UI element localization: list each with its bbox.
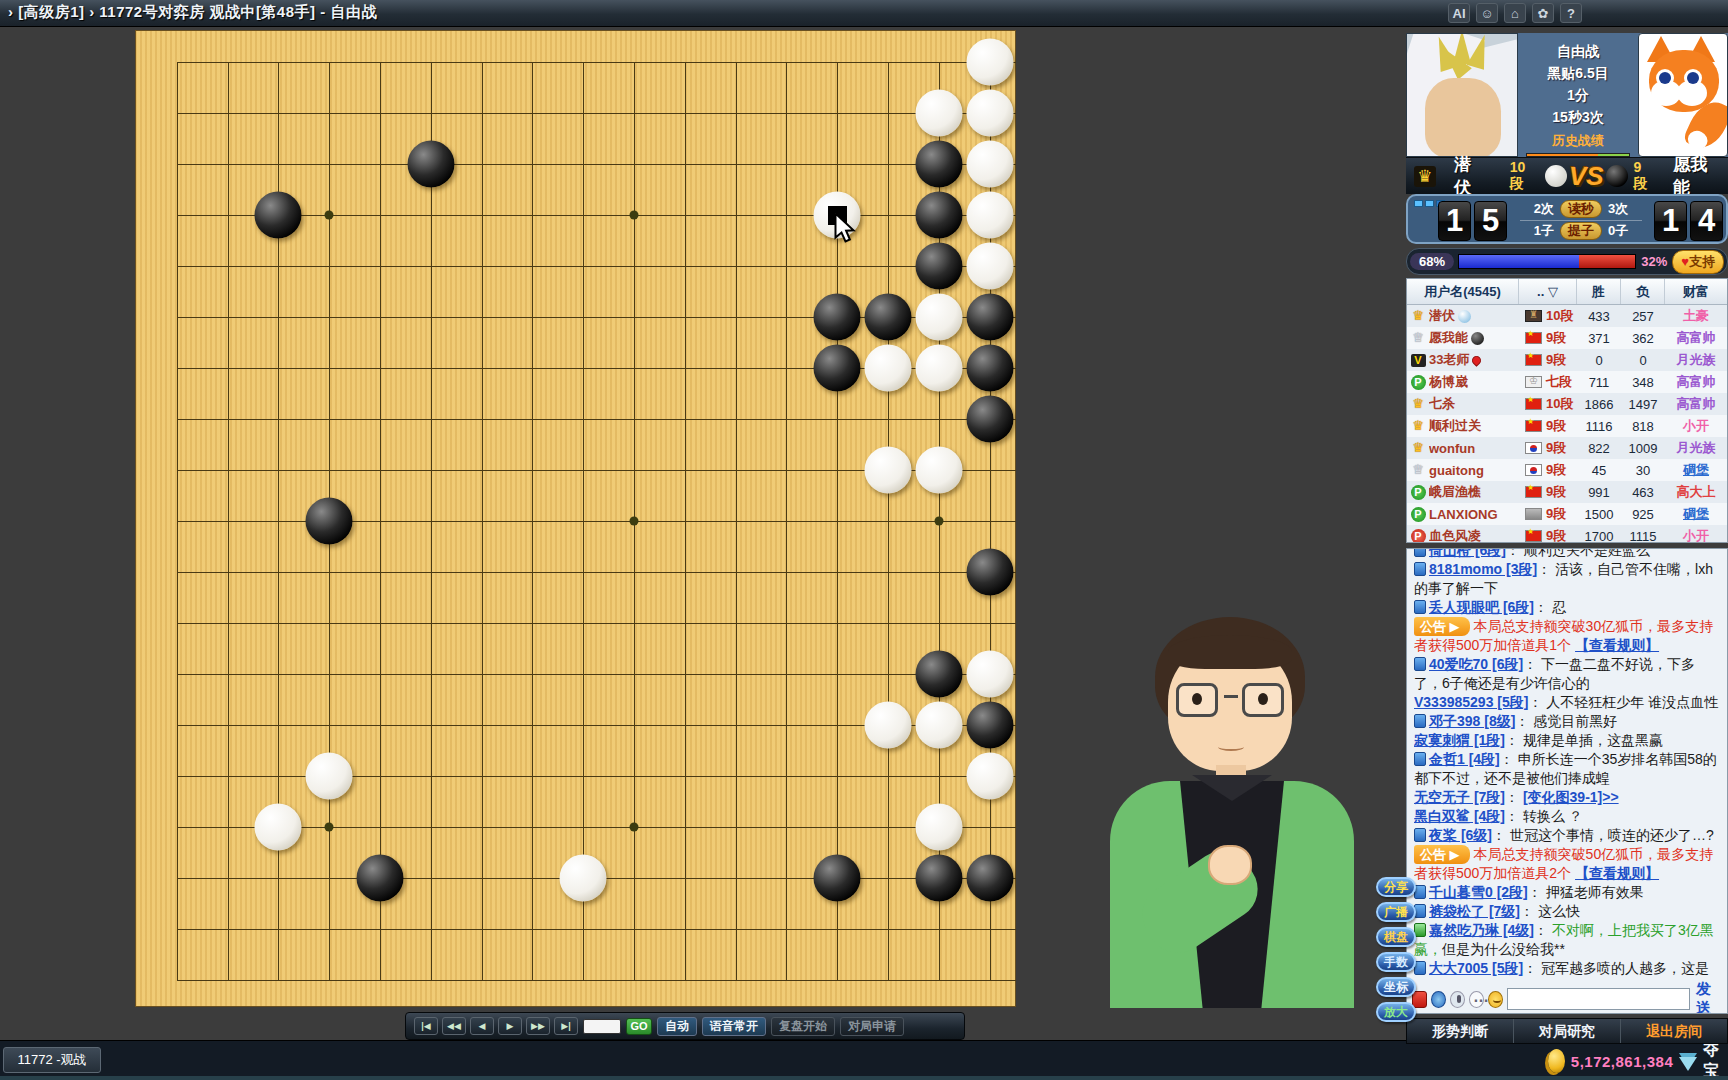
grid-line [177, 776, 1016, 777]
losses-value: 463 [1621, 485, 1665, 500]
chat-user-link[interactable]: 倚山橙 [6段] [1429, 548, 1506, 558]
send-button[interactable]: 发送 [1694, 980, 1724, 1014]
wins-value: 45 [1577, 463, 1621, 478]
grid-line [736, 62, 737, 980]
user-badge-icon: ♛ [1407, 397, 1429, 411]
wealth-value: 月光族 [1665, 439, 1727, 457]
stone-black[interactable] [915, 141, 962, 188]
grid-line [177, 113, 1016, 114]
chat-message: V333985293 [5段]： 人不轻狂枉少年 谁没点血性 [1414, 693, 1722, 712]
chat-message: 无空无子 [7段]： [变化图39-1]>> [1414, 788, 1722, 807]
user-name[interactable]: LANXIONG [1429, 507, 1519, 522]
chat-message: 寂寞刺猬 [1段]： 规律是单插，这盘黑赢 [1414, 731, 1722, 750]
crown-icon: ♛ [1414, 166, 1436, 187]
star-point [629, 517, 638, 526]
wins-value: 711 [1577, 375, 1621, 390]
stone-black[interactable] [966, 549, 1013, 596]
user-badge-icon: P [1407, 507, 1429, 522]
table-row[interactable]: ♛guaitong9段4530碉堡 [1407, 459, 1727, 481]
user-name[interactable]: 峨眉渔樵 [1429, 483, 1519, 501]
stone-black[interactable] [966, 294, 1013, 341]
mic-icon[interactable] [1450, 991, 1465, 1008]
black-stone-icon [1471, 332, 1484, 345]
user-badge-icon: ♛ [1407, 419, 1429, 433]
left-player-avatar[interactable] [1406, 33, 1518, 157]
chat-user-link[interactable]: 裤袋松了 [7级] [1429, 903, 1520, 919]
black-periods: 3次 [1608, 200, 1628, 218]
grid-line [177, 827, 1016, 828]
book-icon [1414, 714, 1426, 728]
flag-icon [1525, 530, 1542, 542]
coordinates-pill[interactable]: 坐标 [1376, 977, 1416, 997]
stone-black[interactable] [306, 498, 353, 545]
main-time: 1分 [1567, 84, 1589, 106]
chat-user-link[interactable]: 丢人现眼吧 [6段] [1429, 599, 1534, 615]
right-player-avatar[interactable] [1638, 33, 1728, 157]
exit-room-button[interactable]: 退出房间 [1621, 1019, 1727, 1043]
chat-message: 公告 ▶本局总支持额突破30亿狐币，最多支持者获得500万加倍道具1个 【查看规… [1414, 617, 1722, 655]
chat-user-link[interactable]: 大大7005 [5段] [1429, 960, 1523, 976]
announcement-badge: 公告 ▶ [1414, 617, 1470, 636]
user-badge-icon: ♛ [1407, 463, 1429, 477]
stone-white[interactable] [915, 345, 962, 392]
go-button[interactable]: GO [626, 1018, 652, 1035]
chat-message: 黑白双鲨 [4段]： 转换么 ？ [1414, 807, 1722, 826]
wealth-value: 高富帅 [1665, 329, 1727, 347]
user-badge-icon: ♛ [1407, 309, 1429, 323]
table-header[interactable]: 用户名(4545).. ▽ 胜负 财富 [1407, 279, 1727, 305]
move-count-pill[interactable]: 手数 [1376, 952, 1416, 972]
stone-black[interactable] [814, 294, 861, 341]
flag-icon [1525, 442, 1542, 454]
user-rank: 七段 [1519, 373, 1577, 391]
losses-value: 1115 [1621, 529, 1665, 544]
table-row[interactable]: V33老师9段00月光族 [1407, 349, 1727, 371]
flag-icon [1525, 354, 1542, 366]
grid-line [177, 215, 1016, 216]
stone-white[interactable] [306, 753, 353, 800]
wins-value: 1866 [1577, 397, 1621, 412]
user-rank: 9段 [1519, 417, 1577, 435]
chat-input[interactable] [1507, 988, 1690, 1010]
led-icon [1425, 200, 1434, 207]
user-name[interactable]: 33老师 [1429, 351, 1519, 369]
clock-panel: 1 5 2次 读秒 3次 1子 提子 0子 1 4 [1406, 194, 1728, 244]
byoyomi-badge: 读秒 [1560, 200, 1602, 218]
user-rank: 9段 [1519, 483, 1577, 501]
flag-icon [1525, 508, 1542, 520]
grid-line [685, 62, 686, 980]
left-player-rank: 10段 [1510, 159, 1539, 193]
playback-nav: |◀◀◀◀▶▶▶▶| [414, 1017, 578, 1035]
location-pin-icon [1471, 354, 1484, 367]
next-move-button[interactable]: ▶ [498, 1017, 522, 1035]
user-name[interactable]: 七杀 [1429, 395, 1519, 413]
grid-line [177, 266, 1016, 267]
captures-badge: 提子 [1560, 222, 1602, 240]
situation-judge-button[interactable]: 形势判断 [1407, 1019, 1514, 1043]
wealth-value: 碉堡 [1665, 461, 1727, 479]
rules-box: 自由战 黑贴6.5目 1分 15秒3次 历史战绩 [1518, 33, 1638, 157]
status-strip: 11772 -观战 5,172,861,384 夺宝 网管 [0, 1040, 1728, 1080]
table-row[interactable]: P杨博崴七段711348高富帅 [1407, 371, 1727, 393]
wealth-value: 高富帅 [1665, 395, 1727, 413]
chat-message: 8181momo [3段]： 活该，自己管不住嘴，lxh的事了解一下 [1414, 560, 1722, 598]
fast-back-button[interactable]: ◀◀ [442, 1017, 466, 1035]
history-orange [1527, 154, 1598, 156]
flag-icon [1525, 310, 1542, 322]
spectator-table: 用户名(4545).. ▽ 胜负 财富 ♛潜伏10段433257土豪♛愿我能9段… [1406, 278, 1728, 543]
stone-black[interactable] [915, 243, 962, 290]
announcement-badge: 公告 ▶ [1414, 845, 1470, 864]
go-board[interactable] [135, 30, 1016, 1007]
black-clock-digit: 4 [1690, 201, 1723, 241]
broadcast-pill[interactable]: 广播 [1376, 902, 1416, 922]
table-row[interactable]: ♛wonfun9段8221009月光族 [1407, 437, 1727, 459]
white-stone-icon [1545, 165, 1567, 187]
history-record-link[interactable]: 历史战绩 [1552, 132, 1604, 150]
prev-move-button[interactable]: ◀ [470, 1017, 494, 1035]
mouse-cursor-icon [833, 213, 859, 247]
commentator-avatar [1080, 615, 1380, 1008]
stone-black[interactable] [966, 855, 1013, 902]
grid-line [177, 572, 1016, 573]
stone-white[interactable] [966, 141, 1013, 188]
losses-value: 925 [1621, 507, 1665, 522]
wallet-area: 5,172,861,384 夺宝 网管 [1548, 1045, 1728, 1077]
white-clock-digit: 1 [1438, 201, 1471, 241]
chat-user-link[interactable]: 千山暮雪0 [2段] [1429, 884, 1528, 900]
white-clock-digit: 5 [1474, 201, 1507, 241]
table-row[interactable]: P血色风凌9段17001115小开 [1407, 525, 1727, 543]
user-badge-icon: P [1407, 529, 1429, 544]
white-periods: 2次 [1534, 200, 1554, 218]
emoji-icon[interactable] [1488, 991, 1503, 1008]
white-captures: 1子 [1534, 222, 1554, 240]
stone-white[interactable] [966, 192, 1013, 239]
move-slider[interactable] [583, 1019, 621, 1034]
black-clock-digit: 1 [1654, 201, 1687, 241]
losses-value: 362 [1621, 331, 1665, 346]
stone-black[interactable] [814, 345, 861, 392]
stone-black[interactable] [966, 345, 1013, 392]
losses-value: 1497 [1621, 397, 1665, 412]
user-name[interactable]: 愿我能 [1429, 329, 1519, 347]
stone-white[interactable] [915, 90, 962, 137]
losses-value: 30 [1621, 463, 1665, 478]
stone-white[interactable] [966, 651, 1013, 698]
stone-black[interactable] [966, 396, 1013, 443]
book-icon [1414, 600, 1426, 614]
wealth-value: 碉堡 [1665, 505, 1727, 523]
stone-white[interactable] [814, 192, 861, 239]
stone-white[interactable] [966, 753, 1013, 800]
stone-white[interactable] [864, 447, 911, 494]
wins-value: 433 [1577, 309, 1621, 324]
book-icon [1414, 562, 1426, 576]
user-name[interactable]: 潜伏 [1429, 307, 1519, 325]
grid-line [177, 929, 1016, 930]
left-player-name[interactable]: 潜伏 [1454, 153, 1488, 199]
game-info-header: 自由战 黑贴6.5目 1分 15秒3次 历史战绩 [1406, 33, 1728, 157]
star-point [325, 823, 334, 832]
stone-black[interactable] [966, 702, 1013, 749]
share-pill[interactable]: 分享 [1376, 877, 1416, 897]
red-flag-icon[interactable] [1412, 991, 1427, 1008]
wealth-value: 小开 [1665, 527, 1727, 543]
board-pill[interactable]: 棋盘 [1376, 927, 1416, 947]
chat-message: 倚山橙 [6段]： 顺利过关不是姓蓝么 [1414, 548, 1722, 560]
treasure-button[interactable]: 夺宝 [1703, 1040, 1725, 1080]
user-rank: 10段 [1519, 395, 1577, 413]
chat-message: 裤袋松了 [7级]： 这么快 [1414, 902, 1722, 921]
book-icon [1414, 828, 1426, 842]
flag-icon [1525, 464, 1542, 476]
user-icon[interactable]: ☺ [1476, 3, 1498, 23]
ai-icon[interactable]: AI [1448, 3, 1470, 23]
voice-toggle-button[interactable]: 语音常开 [702, 1017, 766, 1036]
stone-black[interactable] [356, 855, 403, 902]
table-row[interactable]: ♛顺利过关9段1116818小开 [1407, 415, 1727, 437]
grid-line [177, 980, 1016, 981]
byoyomi: 15秒3次 [1552, 106, 1603, 128]
grid-line [177, 674, 1016, 675]
chat-panel: 倚山橙 [6段]： 顺利过关不是姓蓝么8181momo [3段]： 活该，自己管… [1406, 548, 1728, 1014]
chat-message: 大大7005 [5段]： 冠军越多喷的人越多，这是自然规律 [1414, 959, 1722, 977]
stone-white[interactable] [966, 90, 1013, 137]
chat-message: 40爱吃70 [6段]： 下一盘二盘不好说，下多了，6子俺还是有少许信心的 [1414, 655, 1722, 693]
book-icon [1414, 752, 1426, 766]
stone-white[interactable] [915, 804, 962, 851]
stone-white[interactable] [560, 855, 607, 902]
star-point [934, 517, 943, 526]
wins-value: 1700 [1577, 529, 1621, 544]
support-bar: 68% 32% ♥支持 [1406, 248, 1728, 275]
grid-line [177, 62, 1016, 63]
chat-message: 公告 ▶本局总支持额突破50亿狐币，最多支持者获得500万加倍道具2个 【查看规… [1414, 845, 1722, 883]
chat-user-link[interactable]: 嘉然吃乃琳 [4级] [1429, 922, 1534, 938]
stone-white[interactable] [966, 39, 1013, 86]
chat-user-link[interactable]: 寂寞刺猬 [1段] [1414, 732, 1505, 748]
chat-input-row: 发送 [1412, 986, 1724, 1012]
chat-link[interactable]: [变化图39-1]>> [1523, 789, 1619, 805]
last-move-button[interactable]: ▶| [554, 1017, 578, 1035]
app-window: › [高级房1] › 11772号对弈房 观战中[第48手] - 自由战 AI☺… [0, 0, 1728, 1080]
chat-message: 嘉然吃乃琳 [4级]： 不对啊，上把我买了3亿黑赢，但是为什么没给我** [1414, 921, 1722, 959]
globe-icon[interactable] [1431, 991, 1446, 1008]
chat-message: 丢人现眼吧 [6段]： 忍 [1414, 598, 1722, 617]
heart-icon: ♥ [1681, 254, 1689, 269]
chat-message: 金哲1 [4段]： 申所长连一个35岁排名韩国58的都下不过，还不是被他们捧成蝗 [1414, 750, 1722, 788]
star-point [325, 211, 334, 220]
chat-user-link[interactable]: 黑白双鲨 [4段] [1414, 808, 1505, 824]
flag-icon [1525, 420, 1542, 432]
flag-icon [1525, 486, 1542, 498]
review-start-button[interactable]: 复盘开始 [771, 1017, 835, 1036]
stone-white[interactable] [915, 447, 962, 494]
user-name[interactable]: guaitong [1429, 463, 1519, 478]
grid-line [888, 62, 889, 980]
user-name[interactable]: 顺利过关 [1429, 417, 1519, 435]
wealth-value: 高富帅 [1665, 373, 1727, 391]
stone-white[interactable] [864, 702, 911, 749]
stone-white[interactable] [255, 804, 302, 851]
black-captures: 0子 [1608, 222, 1628, 240]
chat-message: 千山暮雪0 [2段]： 押猛老师有效果 [1414, 883, 1722, 902]
title-bar: › [高级房1] › 11772号对弈房 观战中[第48手] - 自由战 AI☺… [0, 0, 1728, 27]
losses-value: 257 [1621, 309, 1665, 324]
wins-value: 822 [1577, 441, 1621, 456]
book-icon [1414, 657, 1426, 671]
game-request-button[interactable]: 对局申请 [840, 1017, 904, 1036]
user-rank: 10段 [1519, 307, 1577, 325]
gem-icon [1679, 1057, 1697, 1071]
chat-user-link[interactable]: 8181momo [3段] [1429, 561, 1537, 577]
wealth-value: 土豪 [1665, 307, 1727, 325]
first-move-button[interactable]: |◀ [414, 1017, 438, 1035]
chat-link[interactable]: 【查看规则】 [1575, 637, 1659, 653]
stone-black[interactable] [915, 855, 962, 902]
table-row[interactable]: ♛七杀10段18661497高富帅 [1407, 393, 1727, 415]
user-badge-icon: P [1407, 485, 1429, 500]
right-player-name[interactable]: 愿我能 [1673, 153, 1724, 199]
stone-black[interactable] [864, 294, 911, 341]
star-point [629, 823, 638, 832]
stone-black[interactable] [915, 192, 962, 239]
right-player-rank: 9段 [1634, 159, 1656, 193]
game-type: 自由战 [1557, 40, 1599, 62]
stone-white[interactable] [966, 243, 1013, 290]
user-name[interactable]: 血色风凌 [1429, 527, 1519, 543]
game-research-button[interactable]: 对局研究 [1514, 1019, 1621, 1043]
vs-label: VS [1569, 161, 1604, 192]
playback-bar: |◀◀◀◀▶▶▶▶| GO 自动 语音常开 复盘开始 对局申请 [405, 1012, 965, 1040]
user-rank: 9段 [1519, 527, 1577, 543]
user-rank: 9段 [1519, 505, 1577, 523]
white-support-pct: 32% [1641, 254, 1667, 269]
flag-icon [1525, 398, 1542, 410]
history-green [1598, 154, 1629, 156]
support-button[interactable]: ♥支持 [1672, 250, 1724, 274]
gift-icon[interactable]: ✿ [1532, 3, 1554, 23]
fast-forward-button[interactable]: ▶▶ [526, 1017, 550, 1035]
chat-message: 邓子398 [8级]： 感觉目前黑好 [1414, 712, 1722, 731]
led-icon [1414, 200, 1423, 207]
chat-user-link[interactable]: 金哲1 [4段] [1429, 751, 1500, 767]
user-name[interactable]: wonfun [1429, 441, 1519, 456]
user-badge-icon: V [1407, 353, 1429, 367]
grid-line [177, 419, 1016, 420]
stone-black[interactable] [255, 192, 302, 239]
losses-value: 1009 [1621, 441, 1665, 456]
table-row[interactable]: ♛潜伏10段433257土豪 [1407, 305, 1727, 327]
user-rank: 9段 [1519, 329, 1577, 347]
grid-line [177, 164, 1016, 165]
chat-user-link[interactable]: V333985293 [5段] [1414, 694, 1528, 710]
auto-button[interactable]: 自动 [657, 1017, 697, 1036]
black-stone-icon [1606, 165, 1628, 187]
losses-value: 818 [1621, 419, 1665, 434]
table-body: ♛潜伏10段433257土豪♛愿我能9段371362高富帅V33老师9段00月光… [1407, 305, 1727, 543]
grid-line [177, 623, 1016, 624]
zoom-pill[interactable]: 放大 [1376, 1002, 1416, 1022]
help-icon[interactable]: ? [1560, 3, 1582, 23]
coin-icon [1548, 1049, 1565, 1073]
stone-white[interactable] [864, 345, 911, 392]
user-badge-icon: ♛ [1407, 331, 1429, 345]
wins-value: 1500 [1577, 507, 1621, 522]
chat-message: 夜桨 [6级]： 世冠这个事情，喷连的还少了…? [1414, 826, 1722, 845]
wealth-value: 小开 [1665, 417, 1727, 435]
chat-bubble-icon[interactable] [1469, 991, 1484, 1008]
grid-line [786, 62, 787, 980]
stone-black[interactable] [407, 141, 454, 188]
user-badge-icon: P [1407, 375, 1429, 390]
wealth-value: 月光族 [1665, 351, 1727, 369]
wins-value: 0 [1577, 353, 1621, 368]
user-badge-icon: ♛ [1407, 441, 1429, 455]
black-support-pct: 68% [1410, 253, 1454, 270]
flag-icon [1525, 376, 1542, 388]
grid-line [177, 521, 1016, 522]
user-name[interactable]: 杨博崴 [1429, 373, 1519, 391]
wins-value: 991 [1577, 485, 1621, 500]
support-blue [1459, 255, 1579, 268]
chat-user-link[interactable]: 邓子398 [8级] [1429, 713, 1515, 729]
vs-row: ♛ 潜伏 10段 VS 9段 愿我能 [1406, 157, 1728, 194]
chat-link[interactable]: 【查看规则】 [1575, 865, 1659, 881]
star-point [629, 211, 638, 220]
support-ratio-bar [1458, 254, 1636, 269]
panel-bottom-buttons: 形势判断 对局研究 退出房间 [1406, 1018, 1728, 1044]
chat-user-link[interactable]: 40爱吃70 [6段] [1429, 656, 1523, 672]
wins-value: 371 [1577, 331, 1621, 346]
stone-white[interactable] [915, 294, 962, 341]
flag-icon [1525, 332, 1542, 344]
losses-value: 0 [1621, 353, 1665, 368]
stone-black[interactable] [814, 855, 861, 902]
stone-black[interactable] [915, 651, 962, 698]
room-tab[interactable]: 11772 -观战 [3, 1047, 101, 1073]
komi: 黑贴6.5目 [1547, 62, 1608, 84]
book-icon [1414, 548, 1426, 557]
losses-value: 348 [1621, 375, 1665, 390]
stone-white[interactable] [915, 702, 962, 749]
home-icon[interactable]: ⌂ [1504, 3, 1526, 23]
breadcrumb: › [高级房1] › 11772号对弈房 观战中[第48手] - 自由战 [8, 3, 377, 22]
user-rank: 9段 [1519, 461, 1577, 479]
user-rank: 9段 [1519, 351, 1577, 369]
coin-balance: 5,172,861,384 [1571, 1053, 1673, 1070]
wealth-value: 高大上 [1665, 483, 1727, 501]
wins-value: 1116 [1577, 419, 1621, 434]
orb-icon [1458, 310, 1471, 323]
support-red [1579, 255, 1635, 268]
table-row[interactable]: PLANXIONG9段1500925碉堡 [1407, 503, 1727, 525]
table-row[interactable]: ♛愿我能9段371362高富帅 [1407, 327, 1727, 349]
chat-user-link[interactable]: 无空无子 [7段] [1414, 789, 1505, 805]
chat-messages: 倚山橙 [6段]： 顺利过关不是姓蓝么8181momo [3段]： 活该，自己管… [1414, 548, 1722, 977]
chat-user-link[interactable]: 夜桨 [6级] [1429, 827, 1492, 843]
table-row[interactable]: P峨眉渔樵9段991463高大上 [1407, 481, 1727, 503]
user-rank: 9段 [1519, 439, 1577, 457]
